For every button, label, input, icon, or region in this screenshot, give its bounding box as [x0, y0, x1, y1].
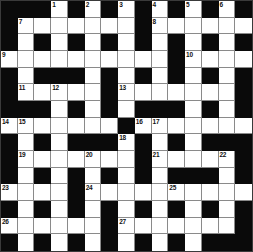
white-cell[interactable]	[18, 168, 35, 185]
white-cell[interactable]	[152, 201, 169, 218]
black-cell	[101, 68, 118, 85]
white-cell[interactable]	[18, 184, 35, 201]
white-cell[interactable]: 3	[118, 1, 135, 18]
white-cell[interactable]	[235, 18, 252, 35]
white-cell[interactable]	[18, 134, 35, 151]
black-cell	[168, 201, 185, 218]
black-cell	[235, 134, 252, 151]
black-cell	[34, 68, 51, 85]
white-cell[interactable]	[51, 18, 68, 35]
black-cell	[68, 101, 85, 118]
white-cell[interactable]	[152, 184, 169, 201]
black-cell	[202, 68, 219, 85]
white-cell[interactable]	[168, 151, 185, 168]
black-cell	[1, 18, 18, 35]
white-cell[interactable]	[51, 118, 68, 135]
black-cell	[68, 234, 85, 251]
white-cell[interactable]: 2	[85, 1, 102, 18]
white-cell[interactable]	[18, 201, 35, 218]
clue-number: 24	[86, 184, 93, 191]
white-cell[interactable]	[101, 118, 118, 135]
clue-number: 18	[119, 134, 126, 141]
white-cell[interactable]	[185, 18, 202, 35]
white-cell[interactable]	[85, 234, 102, 251]
clue-number: 25	[169, 184, 176, 191]
black-cell	[135, 34, 152, 51]
white-cell[interactable]: 5	[185, 1, 202, 18]
white-cell[interactable]	[34, 51, 51, 68]
black-cell	[135, 101, 152, 118]
white-cell[interactable]	[152, 134, 169, 151]
black-cell	[85, 134, 102, 151]
white-cell[interactable]: 18	[118, 134, 135, 151]
black-cell	[202, 101, 219, 118]
white-cell[interactable]	[152, 34, 169, 51]
white-cell[interactable]: 16	[135, 118, 152, 135]
white-cell[interactable]	[85, 51, 102, 68]
black-cell	[34, 134, 51, 151]
black-cell	[101, 201, 118, 218]
white-cell[interactable]	[51, 184, 68, 201]
clue-number: 17	[153, 118, 160, 125]
black-cell	[135, 134, 152, 151]
white-cell[interactable]	[118, 234, 135, 251]
black-cell	[1, 1, 18, 18]
white-cell[interactable]	[219, 168, 236, 185]
clue-number: 13	[119, 84, 126, 91]
white-cell[interactable]	[219, 101, 236, 118]
black-cell	[34, 201, 51, 218]
clue-number: 15	[19, 118, 26, 125]
black-cell	[235, 68, 252, 85]
black-cell	[18, 1, 35, 18]
black-cell	[135, 201, 152, 218]
white-cell[interactable]	[101, 51, 118, 68]
white-cell[interactable]	[185, 218, 202, 235]
white-cell[interactable]	[185, 101, 202, 118]
clue-number: 5	[186, 1, 189, 8]
white-cell[interactable]	[202, 51, 219, 68]
black-cell	[34, 101, 51, 118]
black-cell	[235, 84, 252, 101]
black-cell	[168, 34, 185, 51]
white-cell[interactable]	[235, 118, 252, 135]
white-cell[interactable]	[219, 68, 236, 85]
white-cell[interactable]	[235, 51, 252, 68]
white-cell[interactable]	[185, 184, 202, 201]
white-cell[interactable]	[34, 151, 51, 168]
white-cell[interactable]	[202, 84, 219, 101]
white-cell[interactable]	[185, 201, 202, 218]
white-cell[interactable]	[185, 118, 202, 135]
white-cell[interactable]	[202, 18, 219, 35]
white-cell[interactable]	[68, 84, 85, 101]
white-cell[interactable]	[219, 84, 236, 101]
white-cell[interactable]: 24	[85, 184, 102, 201]
crossword-grid: 1234567891011121314151617181920212223242…	[0, 0, 253, 252]
white-cell[interactable]	[185, 234, 202, 251]
white-cell[interactable]	[34, 84, 51, 101]
clue-number: 14	[2, 118, 9, 125]
black-cell	[34, 234, 51, 251]
white-cell[interactable]: 22	[219, 151, 236, 168]
clue-number: 23	[2, 184, 9, 191]
white-cell[interactable]	[101, 151, 118, 168]
black-cell	[168, 101, 185, 118]
black-cell	[18, 101, 35, 118]
black-cell	[202, 234, 219, 251]
white-cell[interactable]	[18, 68, 35, 85]
white-cell[interactable]	[168, 218, 185, 235]
clue-number: 27	[119, 218, 126, 225]
white-cell[interactable]	[185, 134, 202, 151]
black-cell	[168, 1, 185, 18]
white-cell[interactable]: 23	[1, 184, 18, 201]
white-cell[interactable]	[68, 218, 85, 235]
white-cell[interactable]: 8	[152, 18, 169, 35]
white-cell[interactable]: 26	[1, 218, 18, 235]
black-cell	[135, 1, 152, 18]
white-cell[interactable]: 4	[152, 1, 169, 18]
black-cell	[135, 234, 152, 251]
clue-number: 3	[119, 1, 122, 8]
black-cell	[168, 134, 185, 151]
white-cell[interactable]	[219, 218, 236, 235]
white-cell[interactable]	[18, 218, 35, 235]
black-cell	[101, 101, 118, 118]
white-cell[interactable]	[152, 218, 169, 235]
black-cell	[235, 1, 252, 18]
white-cell[interactable]	[219, 201, 236, 218]
white-cell[interactable]	[85, 201, 102, 218]
white-cell[interactable]	[135, 218, 152, 235]
white-cell[interactable]	[51, 151, 68, 168]
white-cell[interactable]	[219, 51, 236, 68]
white-cell[interactable]	[51, 51, 68, 68]
black-cell	[1, 134, 18, 151]
white-cell[interactable]	[18, 34, 35, 51]
black-cell	[1, 234, 18, 251]
white-cell[interactable]	[85, 101, 102, 118]
black-cell	[101, 84, 118, 101]
clue-number: 21	[153, 151, 160, 158]
white-cell[interactable]	[202, 151, 219, 168]
white-cell[interactable]	[34, 118, 51, 135]
white-cell[interactable]	[18, 234, 35, 251]
white-cell[interactable]	[202, 218, 219, 235]
black-cell	[1, 68, 18, 85]
white-cell[interactable]	[51, 168, 68, 185]
white-cell[interactable]: 27	[118, 218, 135, 235]
black-cell	[135, 18, 152, 35]
white-cell[interactable]	[202, 184, 219, 201]
white-cell[interactable]	[101, 184, 118, 201]
black-cell	[1, 84, 18, 101]
clue-number: 7	[19, 18, 22, 25]
white-cell[interactable]	[152, 51, 169, 68]
white-cell[interactable]	[85, 18, 102, 35]
clue-number: 19	[19, 151, 26, 158]
black-cell	[168, 68, 185, 85]
white-cell[interactable]	[152, 84, 169, 101]
white-cell[interactable]	[118, 18, 135, 35]
clue-number: 9	[2, 51, 5, 58]
black-cell	[202, 34, 219, 51]
white-cell[interactable]: 9	[1, 51, 18, 68]
white-cell[interactable]	[118, 151, 135, 168]
clue-number: 16	[136, 118, 143, 125]
white-cell[interactable]	[68, 118, 85, 135]
black-cell	[34, 168, 51, 185]
white-cell[interactable]	[51, 201, 68, 218]
white-cell[interactable]	[235, 184, 252, 201]
white-cell[interactable]	[135, 184, 152, 201]
white-cell[interactable]	[85, 118, 102, 135]
black-cell	[235, 151, 252, 168]
white-cell[interactable]: 10	[185, 51, 202, 68]
white-cell[interactable]: 7	[18, 18, 35, 35]
black-cell	[1, 101, 18, 118]
black-cell	[68, 134, 85, 151]
white-cell[interactable]	[168, 84, 185, 101]
white-cell[interactable]	[68, 18, 85, 35]
clue-number: 26	[2, 218, 9, 225]
white-cell[interactable]: 1	[51, 1, 68, 18]
crossword-page: 1234567891011121314151617181920212223242…	[0, 0, 253, 252]
black-cell	[68, 1, 85, 18]
white-cell[interactable]: 12	[51, 84, 68, 101]
black-cell	[168, 168, 185, 185]
white-cell[interactable]	[168, 118, 185, 135]
black-cell	[219, 234, 236, 251]
white-cell[interactable]	[118, 201, 135, 218]
black-cell	[68, 201, 85, 218]
clue-number: 10	[186, 51, 193, 58]
white-cell[interactable]	[51, 234, 68, 251]
white-cell[interactable]	[118, 51, 135, 68]
black-cell	[202, 134, 219, 151]
black-cell	[1, 151, 18, 168]
black-cell	[135, 68, 152, 85]
white-cell[interactable]: 20	[85, 151, 102, 168]
black-cell	[235, 218, 252, 235]
white-cell[interactable]	[118, 101, 135, 118]
black-cell	[34, 34, 51, 51]
white-cell[interactable]	[85, 34, 102, 51]
black-cell	[34, 1, 51, 18]
white-cell[interactable]	[152, 168, 169, 185]
black-cell	[101, 218, 118, 235]
clue-number: 1	[52, 1, 55, 8]
black-cell	[235, 101, 252, 118]
clue-number: 11	[19, 84, 25, 91]
white-cell[interactable]: 17	[152, 118, 169, 135]
black-cell	[101, 168, 118, 185]
clue-number: 20	[86, 151, 93, 158]
white-cell[interactable]	[51, 101, 68, 118]
white-cell[interactable]: 19	[18, 151, 35, 168]
black-cell	[1, 201, 18, 218]
white-cell[interactable]	[18, 51, 35, 68]
clue-number: 12	[52, 84, 59, 91]
white-cell[interactable]	[185, 84, 202, 101]
white-cell[interactable]	[219, 34, 236, 51]
white-cell[interactable]: 15	[18, 118, 35, 135]
white-cell[interactable]	[118, 68, 135, 85]
black-cell	[135, 151, 152, 168]
white-cell[interactable]: 21	[152, 151, 169, 168]
white-cell[interactable]	[135, 51, 152, 68]
white-cell[interactable]	[135, 84, 152, 101]
white-cell[interactable]	[34, 218, 51, 235]
clue-number: 8	[153, 18, 156, 25]
black-cell	[202, 168, 219, 185]
white-cell[interactable]	[34, 184, 51, 201]
black-cell	[235, 201, 252, 218]
black-cell	[101, 34, 118, 51]
clue-number: 6	[220, 1, 223, 8]
black-cell	[152, 101, 169, 118]
clue-number: 22	[220, 151, 227, 158]
white-cell[interactable]	[51, 134, 68, 151]
white-cell[interactable]	[185, 151, 202, 168]
black-cell	[68, 184, 85, 201]
white-cell[interactable]	[152, 68, 169, 85]
white-cell[interactable]: 14	[1, 118, 18, 135]
white-cell[interactable]	[85, 218, 102, 235]
white-cell[interactable]	[51, 34, 68, 51]
white-cell[interactable]	[68, 151, 85, 168]
black-cell	[118, 118, 135, 135]
black-cell	[235, 234, 252, 251]
white-cell[interactable]	[168, 18, 185, 35]
black-cell	[135, 168, 152, 185]
white-cell[interactable]	[219, 18, 236, 35]
white-cell[interactable]	[85, 68, 102, 85]
black-cell	[68, 68, 85, 85]
black-cell	[51, 68, 68, 85]
black-cell	[101, 234, 118, 251]
black-cell	[168, 51, 185, 68]
white-cell[interactable]	[118, 168, 135, 185]
black-cell	[101, 134, 118, 151]
white-cell[interactable]	[202, 118, 219, 135]
white-cell[interactable]	[219, 184, 236, 201]
white-cell[interactable]: 6	[219, 1, 236, 18]
white-cell[interactable]	[51, 218, 68, 235]
black-cell	[68, 34, 85, 51]
white-cell[interactable]	[68, 51, 85, 68]
black-cell	[168, 234, 185, 251]
clue-number: 4	[153, 1, 156, 8]
black-cell	[1, 34, 18, 51]
white-cell[interactable]	[118, 184, 135, 201]
white-cell[interactable]: 11	[18, 84, 35, 101]
white-cell[interactable]	[152, 234, 169, 251]
white-cell[interactable]	[101, 18, 118, 35]
black-cell	[219, 134, 236, 151]
black-cell	[235, 168, 252, 185]
black-cell	[202, 201, 219, 218]
white-cell[interactable]	[185, 68, 202, 85]
white-cell[interactable]	[34, 18, 51, 35]
black-cell	[185, 168, 202, 185]
white-cell[interactable]	[219, 118, 236, 135]
black-cell	[68, 168, 85, 185]
white-cell[interactable]: 25	[168, 184, 185, 201]
white-cell[interactable]	[85, 168, 102, 185]
white-cell[interactable]	[185, 34, 202, 51]
black-cell	[202, 1, 219, 18]
black-cell	[101, 1, 118, 18]
white-cell[interactable]	[118, 34, 135, 51]
white-cell[interactable]	[85, 84, 102, 101]
black-cell	[1, 168, 18, 185]
clue-number: 2	[86, 1, 89, 8]
white-cell[interactable]: 13	[118, 84, 135, 101]
black-cell	[235, 34, 252, 51]
